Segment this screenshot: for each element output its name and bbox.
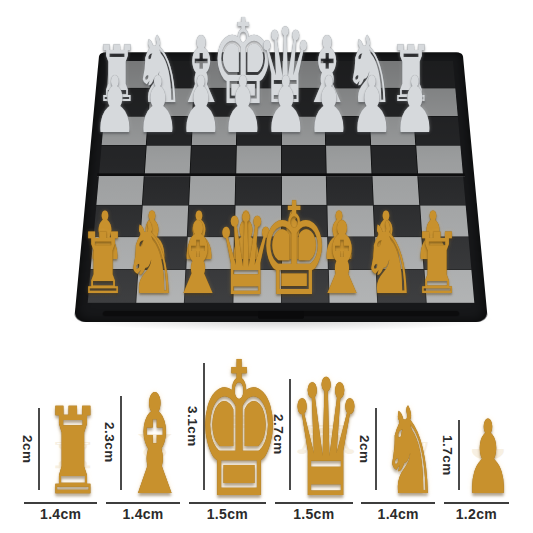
piece-gold-knight-g1[interactable]: ♞	[362, 209, 417, 309]
rook-height-label: 2cm	[20, 435, 35, 464]
knight-height-measure-line	[375, 408, 377, 490]
rook-figure-glyph: ♜	[45, 392, 101, 512]
dimension-figure-rook: 2cm♜♜1.4cm	[20, 408, 101, 522]
dimension-figure-bishop: 2.3cm♝♝1.4cm	[102, 396, 183, 522]
pawn-height-measure-line	[458, 420, 460, 490]
piece-silver-pawn-h7[interactable]: ♟	[393, 66, 436, 144]
king-figure-glyph: ♚	[196, 338, 283, 524]
bishop-figure-glyph: ♝	[123, 377, 187, 515]
piece-gold-rook-h1[interactable]: ♜	[414, 222, 461, 306]
rook-height-measure-line	[38, 408, 40, 490]
piece-silver-pawn-c7[interactable]: ♟	[179, 66, 222, 144]
piece-silver-pawn-d7[interactable]: ♟	[222, 66, 265, 144]
piece-gold-rook-a1[interactable]: ♜	[80, 222, 127, 306]
dimension-diagram: 2cm♜♜1.4cm2.3cm♝♝1.4cm3.1cm♚♚1.5cm2.7cm♛…	[14, 346, 519, 522]
bishop-height-label: 2.3cm	[102, 422, 117, 463]
pawn-figure-glyph: ♟	[465, 407, 513, 509]
knight-figure-glyph: ♞	[382, 392, 438, 512]
dimension-figure-pawn: 1.7cm♟♟1.2cm	[440, 420, 513, 522]
piece-silver-pawn-f7[interactable]: ♟	[307, 66, 350, 144]
piece-silver-pawn-e7[interactable]: ♟	[265, 66, 308, 144]
queen-figure-glyph: ♛	[288, 358, 364, 520]
dimension-figure-queen: 2.7cm♛♛1.5cm	[271, 379, 357, 522]
dimension-figure-knight: 2cm♞♞1.4cm	[357, 408, 438, 522]
product-photo-stage: ♜♞♝♚♛♝♞♜♟♟♟♟♟♟♟♟♟♟♟♟♟♟♟♟♜♞♝♛♚♝♞♜ 2cm♜♜1.…	[0, 0, 533, 533]
pawn-height-label: 1.7cm	[440, 435, 455, 476]
piece-silver-pawn-a7[interactable]: ♟	[93, 66, 136, 144]
dimension-figure-king: 3.1cm♚♚1.5cm	[185, 363, 271, 522]
piece-silver-pawn-b7[interactable]: ♟	[136, 66, 179, 144]
piece-silver-pawn-g7[interactable]: ♟	[350, 66, 393, 144]
